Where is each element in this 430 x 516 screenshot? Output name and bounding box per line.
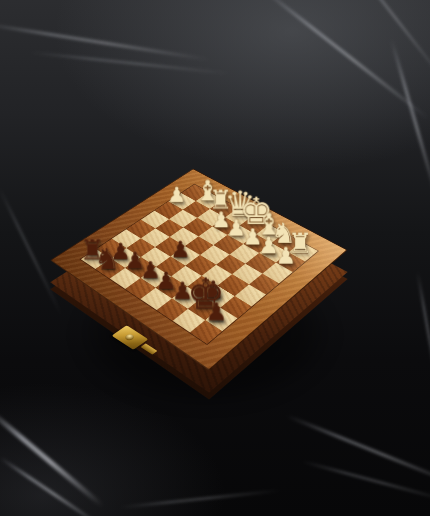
marble-vein <box>120 490 279 509</box>
black-knight[interactable]: ♞ <box>94 246 115 272</box>
marble-vein <box>0 457 101 516</box>
marble-vein <box>390 39 430 203</box>
marble-vein <box>0 22 209 61</box>
marble-vein <box>334 0 430 83</box>
white-pawn[interactable]: ♟ <box>167 186 186 205</box>
marble-vein <box>417 272 430 391</box>
black-pawn[interactable]: ♟ <box>204 301 227 323</box>
marble-vein <box>261 0 428 119</box>
marble-vein <box>30 52 229 75</box>
marble-vein <box>302 461 430 502</box>
marble-surface: { "game": "chess", "scene": { "descripti… <box>0 0 430 516</box>
white-pawn[interactable]: ♟ <box>275 245 296 266</box>
black-pawn[interactable]: ♟ <box>169 239 190 259</box>
